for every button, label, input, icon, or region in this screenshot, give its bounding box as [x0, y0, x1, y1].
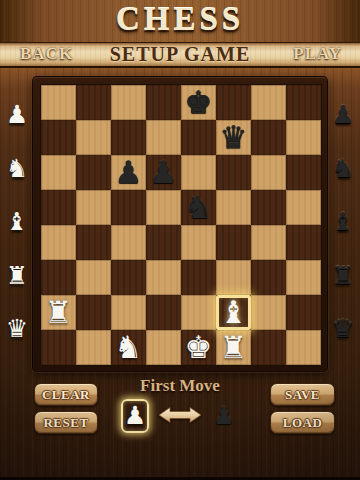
- first-move-white-option[interactable]: ♟: [121, 399, 149, 433]
- square-c2[interactable]: [111, 295, 146, 330]
- tray-black-pawn[interactable]: ♟: [332, 100, 354, 130]
- tray-black-rook[interactable]: ♜: [332, 261, 354, 291]
- square-f7[interactable]: ♛: [216, 120, 251, 155]
- tray-white-queen[interactable]: ♛: [6, 314, 28, 344]
- swap-arrow-icon[interactable]: [158, 406, 202, 424]
- load-button[interactable]: LOAD: [270, 411, 335, 434]
- black-pawn-icon: ♟: [213, 402, 235, 430]
- square-e3[interactable]: [181, 260, 216, 295]
- play-button[interactable]: PLAY: [293, 44, 342, 64]
- white-pawn-icon: ♟: [124, 402, 146, 430]
- piece-black-pawn[interactable]: ♟: [111, 155, 146, 190]
- nav-bar: BACK SETUP GAME PLAY: [0, 42, 360, 68]
- square-f1[interactable]: ♜: [216, 330, 251, 365]
- square-g8[interactable]: [251, 85, 286, 120]
- white-piece-tray: ♟♞♝♜♛: [3, 100, 31, 344]
- square-h4[interactable]: [286, 225, 321, 260]
- square-g7[interactable]: [251, 120, 286, 155]
- square-g3[interactable]: [251, 260, 286, 295]
- piece-white-bishop[interactable]: ♝: [216, 295, 251, 330]
- square-f2[interactable]: ♝: [216, 295, 251, 330]
- square-c7[interactable]: [111, 120, 146, 155]
- square-d2[interactable]: [146, 295, 181, 330]
- square-d5[interactable]: [146, 190, 181, 225]
- square-f6[interactable]: [216, 155, 251, 190]
- square-e6[interactable]: [181, 155, 216, 190]
- square-a2[interactable]: ♜: [41, 295, 76, 330]
- chess-board: ♚♛♟♟♞♜♝♞♚♜: [41, 85, 321, 365]
- square-d7[interactable]: [146, 120, 181, 155]
- piece-white-king[interactable]: ♚: [181, 330, 216, 365]
- square-a3[interactable]: [41, 260, 76, 295]
- square-e4[interactable]: [181, 225, 216, 260]
- square-e2[interactable]: [181, 295, 216, 330]
- square-h8[interactable]: [286, 85, 321, 120]
- app-root: CHESS BACK SETUP GAME PLAY ♟♞♝♜♛ ♚♛♟♟♞♜♝…: [0, 0, 360, 480]
- header: CHESS: [0, 0, 360, 42]
- page-title: CHESS: [0, 1, 360, 38]
- square-g5[interactable]: [251, 190, 286, 225]
- square-b8[interactable]: [76, 85, 111, 120]
- square-h3[interactable]: [286, 260, 321, 295]
- square-h6[interactable]: [286, 155, 321, 190]
- tray-white-bishop[interactable]: ♝: [6, 207, 28, 237]
- square-c1[interactable]: ♞: [111, 330, 146, 365]
- first-move-label: First Move: [0, 376, 360, 396]
- square-b4[interactable]: [76, 225, 111, 260]
- piece-white-rook[interactable]: ♜: [216, 330, 251, 365]
- square-b1[interactable]: [76, 330, 111, 365]
- main-area: ♟♞♝♜♛ ♚♛♟♟♞♜♝♞♚♜ ♟♞♝♜♛ CLEAR RESET SAVE …: [0, 68, 360, 480]
- square-b2[interactable]: [76, 295, 111, 330]
- square-b3[interactable]: [76, 260, 111, 295]
- piece-white-rook[interactable]: ♜: [41, 295, 76, 330]
- square-d4[interactable]: [146, 225, 181, 260]
- square-e8[interactable]: ♚: [181, 85, 216, 120]
- tray-white-knight[interactable]: ♞: [6, 154, 28, 184]
- square-c4[interactable]: [111, 225, 146, 260]
- square-a4[interactable]: [41, 225, 76, 260]
- square-g4[interactable]: [251, 225, 286, 260]
- piece-black-knight[interactable]: ♞: [181, 190, 216, 225]
- square-e5[interactable]: ♞: [181, 190, 216, 225]
- square-e7[interactable]: [181, 120, 216, 155]
- square-f5[interactable]: [216, 190, 251, 225]
- reset-button[interactable]: RESET: [34, 411, 98, 434]
- piece-black-pawn[interactable]: ♟: [146, 155, 181, 190]
- square-h1[interactable]: [286, 330, 321, 365]
- square-h5[interactable]: [286, 190, 321, 225]
- square-d3[interactable]: [146, 260, 181, 295]
- square-c3[interactable]: [111, 260, 146, 295]
- square-f8[interactable]: [216, 85, 251, 120]
- tray-white-rook[interactable]: ♜: [6, 261, 28, 291]
- square-a6[interactable]: [41, 155, 76, 190]
- square-a1[interactable]: [41, 330, 76, 365]
- board-frame: ♚♛♟♟♞♜♝♞♚♜: [32, 76, 328, 372]
- square-e1[interactable]: ♚: [181, 330, 216, 365]
- square-h2[interactable]: [286, 295, 321, 330]
- square-d6[interactable]: ♟: [146, 155, 181, 190]
- square-g2[interactable]: [251, 295, 286, 330]
- piece-white-knight[interactable]: ♞: [111, 330, 146, 365]
- square-d8[interactable]: [146, 85, 181, 120]
- piece-black-king[interactable]: ♚: [181, 85, 216, 120]
- first-move-black-option[interactable]: ♟: [212, 401, 236, 431]
- square-c6[interactable]: ♟: [111, 155, 146, 190]
- tray-black-queen[interactable]: ♛: [332, 314, 354, 344]
- square-f3[interactable]: [216, 260, 251, 295]
- square-g6[interactable]: [251, 155, 286, 190]
- square-g1[interactable]: [251, 330, 286, 365]
- square-f4[interactable]: [216, 225, 251, 260]
- square-c5[interactable]: [111, 190, 146, 225]
- square-c8[interactable]: [111, 85, 146, 120]
- tray-white-pawn[interactable]: ♟: [6, 100, 28, 130]
- square-a8[interactable]: [41, 85, 76, 120]
- square-b6[interactable]: [76, 155, 111, 190]
- square-d1[interactable]: [146, 330, 181, 365]
- tray-black-knight[interactable]: ♞: [332, 154, 354, 184]
- piece-black-queen[interactable]: ♛: [216, 120, 251, 155]
- square-a7[interactable]: [41, 120, 76, 155]
- square-h7[interactable]: [286, 120, 321, 155]
- square-a5[interactable]: [41, 190, 76, 225]
- black-piece-tray: ♟♞♝♜♛: [329, 100, 357, 344]
- square-b5[interactable]: [76, 190, 111, 225]
- tray-black-bishop[interactable]: ♝: [332, 207, 354, 237]
- square-b7[interactable]: [76, 120, 111, 155]
